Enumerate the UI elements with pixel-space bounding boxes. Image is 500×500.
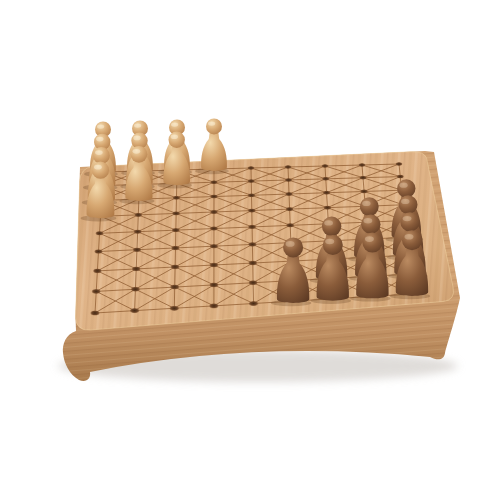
board-hole[interactable]: [248, 166, 255, 170]
board-hole[interactable]: [248, 208, 256, 212]
board-hole[interactable]: [285, 165, 292, 169]
board-hole[interactable]: [170, 306, 179, 311]
board-hole[interactable]: [286, 223, 294, 227]
board-hole[interactable]: [248, 193, 255, 197]
board-hole[interactable]: [397, 175, 404, 179]
board-hole[interactable]: [132, 267, 141, 272]
board-hole[interactable]: [130, 308, 139, 313]
board-hole[interactable]: [209, 282, 218, 287]
board-hole[interactable]: [92, 289, 101, 294]
board-hole[interactable]: [210, 244, 218, 249]
board-hole[interactable]: [396, 162, 403, 166]
board-hole[interactable]: [131, 287, 140, 292]
board-hole[interactable]: [323, 191, 330, 195]
board-hole[interactable]: [93, 269, 102, 274]
board-hole[interactable]: [210, 210, 218, 214]
board-hole[interactable]: [90, 310, 99, 315]
board-hole[interactable]: [209, 303, 218, 308]
board-hole[interactable]: [210, 263, 219, 268]
board-hole[interactable]: [249, 301, 258, 306]
board-hole[interactable]: [133, 248, 141, 253]
board-hole[interactable]: [322, 164, 329, 168]
board-hole[interactable]: [359, 176, 366, 180]
board-hole[interactable]: [360, 189, 367, 193]
board-hole[interactable]: [170, 285, 179, 290]
board-hole[interactable]: [249, 280, 258, 285]
board-hole[interactable]: [96, 231, 104, 235]
board-hole[interactable]: [249, 261, 258, 266]
board-hole[interactable]: [134, 229, 142, 233]
board-hole[interactable]: [285, 178, 292, 182]
board-hole[interactable]: [324, 206, 332, 210]
board-hole[interactable]: [359, 163, 366, 167]
halma-board-photo: [0, 0, 500, 500]
board-hole[interactable]: [171, 246, 179, 251]
board-hole[interactable]: [172, 228, 180, 232]
board-hole[interactable]: [248, 179, 255, 183]
board-hole[interactable]: [248, 225, 256, 229]
board-hole[interactable]: [172, 211, 180, 215]
board-hole[interactable]: [173, 196, 180, 200]
board-hole[interactable]: [210, 226, 218, 230]
board-hole[interactable]: [286, 207, 294, 211]
board-hole[interactable]: [94, 249, 102, 254]
board-hole[interactable]: [248, 242, 256, 247]
board-hole[interactable]: [171, 265, 180, 270]
product-photo: [0, 0, 500, 500]
board-hole[interactable]: [322, 177, 329, 181]
board-hole[interactable]: [210, 180, 217, 184]
board-hole[interactable]: [285, 192, 292, 196]
board-hole[interactable]: [210, 194, 217, 198]
board-hole[interactable]: [134, 213, 142, 217]
